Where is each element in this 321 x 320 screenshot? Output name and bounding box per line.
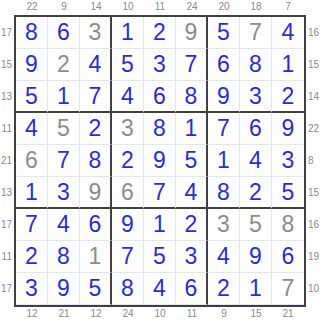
cell-r5c4[interactable]: 2: [112, 145, 144, 177]
clue-left-1: 17: [1, 28, 12, 38]
cell-r3c4[interactable]: 4: [112, 81, 144, 113]
clue-top-7: 20: [218, 2, 229, 12]
cell-r7c4[interactable]: 9: [112, 209, 144, 241]
clue-bottom-6: 11: [187, 309, 197, 319]
clue-right-4: 22: [308, 124, 319, 134]
clue-right-9: 10: [308, 284, 319, 294]
cell-r1c7[interactable]: 5: [208, 17, 240, 49]
cell-r3c8[interactable]: 3: [240, 81, 272, 113]
cell-r9c4[interactable]: 8: [112, 273, 144, 305]
cell-r4c7[interactable]: 7: [208, 113, 240, 145]
cell-r5c2[interactable]: 7: [48, 145, 80, 177]
clue-top-5: 11: [155, 2, 165, 12]
cell-r8c4[interactable]: 7: [112, 241, 144, 273]
cell-r2c7[interactable]: 6: [208, 49, 240, 81]
cell-r5c9[interactable]: 3: [272, 145, 304, 177]
clue-right-2: 15: [308, 60, 319, 70]
cell-r8c2[interactable]: 8: [48, 241, 80, 273]
cell-r4c3[interactable]: 2: [80, 113, 112, 145]
cell-r5c5[interactable]: 9: [144, 145, 176, 177]
cell-r7c5[interactable]: 1: [144, 209, 176, 241]
clues-top: 2291410112420187: [16, 0, 304, 14]
clue-top-1: 22: [26, 2, 37, 12]
clue-right-6: 15: [308, 188, 319, 198]
clue-bottom-2: 21: [58, 309, 69, 319]
clue-left-6: 13: [1, 188, 12, 198]
clues-left: 171513112113171117: [0, 17, 12, 305]
clue-bottom-9: 21: [282, 309, 293, 319]
clue-bottom-7: 9: [221, 309, 227, 319]
cell-r1c9[interactable]: 4: [272, 17, 304, 49]
cell-r4c2[interactable]: 5: [48, 113, 80, 145]
clue-bottom-3: 12: [90, 309, 101, 319]
cell-r5c8[interactable]: 4: [240, 145, 272, 177]
cell-r8c6[interactable]: 3: [176, 241, 208, 273]
cell-r7c2[interactable]: 4: [48, 209, 80, 241]
cell-r9c5[interactable]: 4: [144, 273, 176, 305]
cell-r2c6[interactable]: 7: [176, 49, 208, 81]
clue-right-3: 14: [308, 92, 319, 102]
cell-r4c8[interactable]: 6: [240, 113, 272, 145]
cell-r2c1[interactable]: 9: [16, 49, 48, 81]
cell-r3c5[interactable]: 6: [144, 81, 176, 113]
clue-left-8: 11: [2, 252, 12, 262]
clue-left-2: 15: [1, 60, 12, 70]
clue-top-3: 14: [90, 2, 101, 12]
cell-r9c2[interactable]: 9: [48, 273, 80, 305]
cell-r1c5[interactable]: 2: [144, 17, 176, 49]
frame-sudoku-app: 2291410112420187 171513112113171117 8631…: [0, 0, 321, 320]
cell-r7c7[interactable]: 3: [208, 209, 240, 241]
cell-r9c6[interactable]: 6: [176, 273, 208, 305]
cell-r7c3[interactable]: 6: [80, 209, 112, 241]
cell-r1c6[interactable]: 9: [176, 17, 208, 49]
cell-r3c2[interactable]: 1: [48, 81, 80, 113]
clue-left-4: 11: [2, 124, 12, 134]
clue-top-2: 9: [61, 2, 67, 12]
clue-top-4: 10: [122, 2, 133, 12]
cell-r6c7[interactable]: 8: [208, 177, 240, 209]
clue-left-3: 13: [1, 92, 12, 102]
cell-r6c6[interactable]: 4: [176, 177, 208, 209]
cell-r6c2[interactable]: 3: [48, 177, 80, 209]
clue-top-8: 18: [250, 2, 261, 12]
cell-r9c9[interactable]: 7: [272, 273, 304, 305]
cell-r5c1[interactable]: 6: [16, 145, 48, 177]
cell-r1c8[interactable]: 7: [240, 17, 272, 49]
cell-r3c3[interactable]: 7: [80, 81, 112, 113]
clue-right-1: 16: [308, 28, 319, 38]
clue-bottom-4: 24: [122, 309, 133, 319]
clue-bottom-1: 12: [26, 309, 37, 319]
clue-left-9: 17: [1, 284, 12, 294]
cell-r6c4[interactable]: 6: [112, 177, 144, 209]
cell-r3c9[interactable]: 2: [272, 81, 304, 113]
cell-r8c5[interactable]: 5: [144, 241, 176, 273]
clue-left-5: 21: [1, 156, 12, 166]
cell-r5c7[interactable]: 1: [208, 145, 240, 177]
clues-bottom: 12211224101191521: [16, 308, 304, 320]
clue-left-7: 17: [1, 220, 12, 230]
cell-r6c3[interactable]: 9: [80, 177, 112, 209]
cell-r9c8[interactable]: 1: [240, 273, 272, 305]
cell-r7c6[interactable]: 2: [176, 209, 208, 241]
cell-r4c9[interactable]: 9: [272, 113, 304, 145]
clue-top-9: 7: [285, 2, 291, 12]
cell-r5c6[interactable]: 5: [176, 145, 208, 177]
cell-r8c9[interactable]: 6: [272, 241, 304, 273]
clue-bottom-8: 15: [250, 309, 261, 319]
cell-r4c4[interactable]: 3: [112, 113, 144, 145]
clues-right: 16151422815161910: [308, 17, 321, 305]
cell-r8c8[interactable]: 9: [240, 241, 272, 273]
cell-r6c9[interactable]: 5: [272, 177, 304, 209]
cell-r7c9[interactable]: 8: [272, 209, 304, 241]
cell-r9c1[interactable]: 3: [16, 273, 48, 305]
cell-r6c1[interactable]: 1: [16, 177, 48, 209]
clue-bottom-5: 10: [154, 309, 165, 319]
cell-r1c3[interactable]: 3: [80, 17, 112, 49]
cell-r2c2[interactable]: 2: [48, 49, 80, 81]
clue-right-5: 8: [308, 156, 314, 166]
cell-r2c5[interactable]: 3: [144, 49, 176, 81]
cell-r3c6[interactable]: 8: [176, 81, 208, 113]
cell-r4c1[interactable]: 4: [16, 113, 48, 145]
clue-right-8: 19: [308, 252, 319, 262]
cell-r2c3[interactable]: 4: [80, 49, 112, 81]
cell-r2c9[interactable]: 1: [272, 49, 304, 81]
cell-r1c4[interactable]: 1: [112, 17, 144, 49]
cell-r1c1[interactable]: 8: [16, 17, 48, 49]
cell-r4c6[interactable]: 1: [176, 113, 208, 145]
clue-right-7: 16: [308, 220, 319, 230]
cell-r1c2[interactable]: 6: [48, 17, 80, 49]
sudoku-board: 8631295749245376815174689324523817696782…: [14, 15, 306, 307]
cell-r8c7[interactable]: 4: [208, 241, 240, 273]
cell-r3c7[interactable]: 9: [208, 81, 240, 113]
cell-r4c5[interactable]: 8: [144, 113, 176, 145]
cell-r9c3[interactable]: 5: [80, 273, 112, 305]
cell-r6c5[interactable]: 7: [144, 177, 176, 209]
cell-r5c3[interactable]: 8: [80, 145, 112, 177]
cell-r6c8[interactable]: 2: [240, 177, 272, 209]
cell-r7c8[interactable]: 5: [240, 209, 272, 241]
cell-r8c3[interactable]: 1: [80, 241, 112, 273]
cell-r2c8[interactable]: 8: [240, 49, 272, 81]
cell-r3c1[interactable]: 5: [16, 81, 48, 113]
cell-r2c4[interactable]: 5: [112, 49, 144, 81]
clue-top-6: 24: [186, 2, 197, 12]
cell-r9c7[interactable]: 2: [208, 273, 240, 305]
cell-r7c1[interactable]: 7: [16, 209, 48, 241]
cell-r8c1[interactable]: 2: [16, 241, 48, 273]
